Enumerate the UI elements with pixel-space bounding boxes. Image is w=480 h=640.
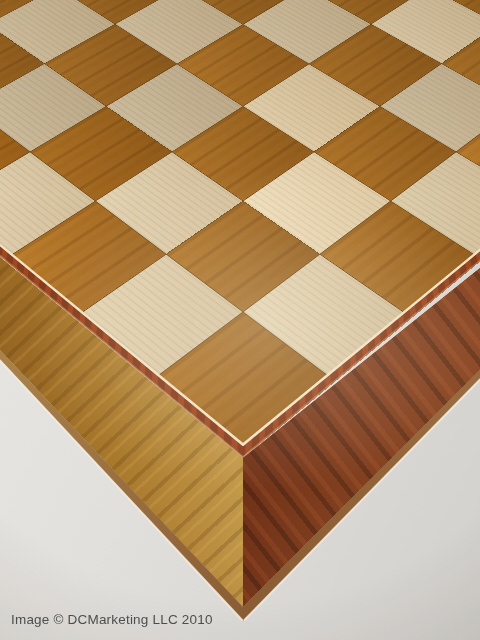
watermark-text: Image © DCMarketing LLC 2010 (11, 612, 213, 628)
photo-stage: Image © DCMarketing LLC 2010 (0, 0, 480, 640)
